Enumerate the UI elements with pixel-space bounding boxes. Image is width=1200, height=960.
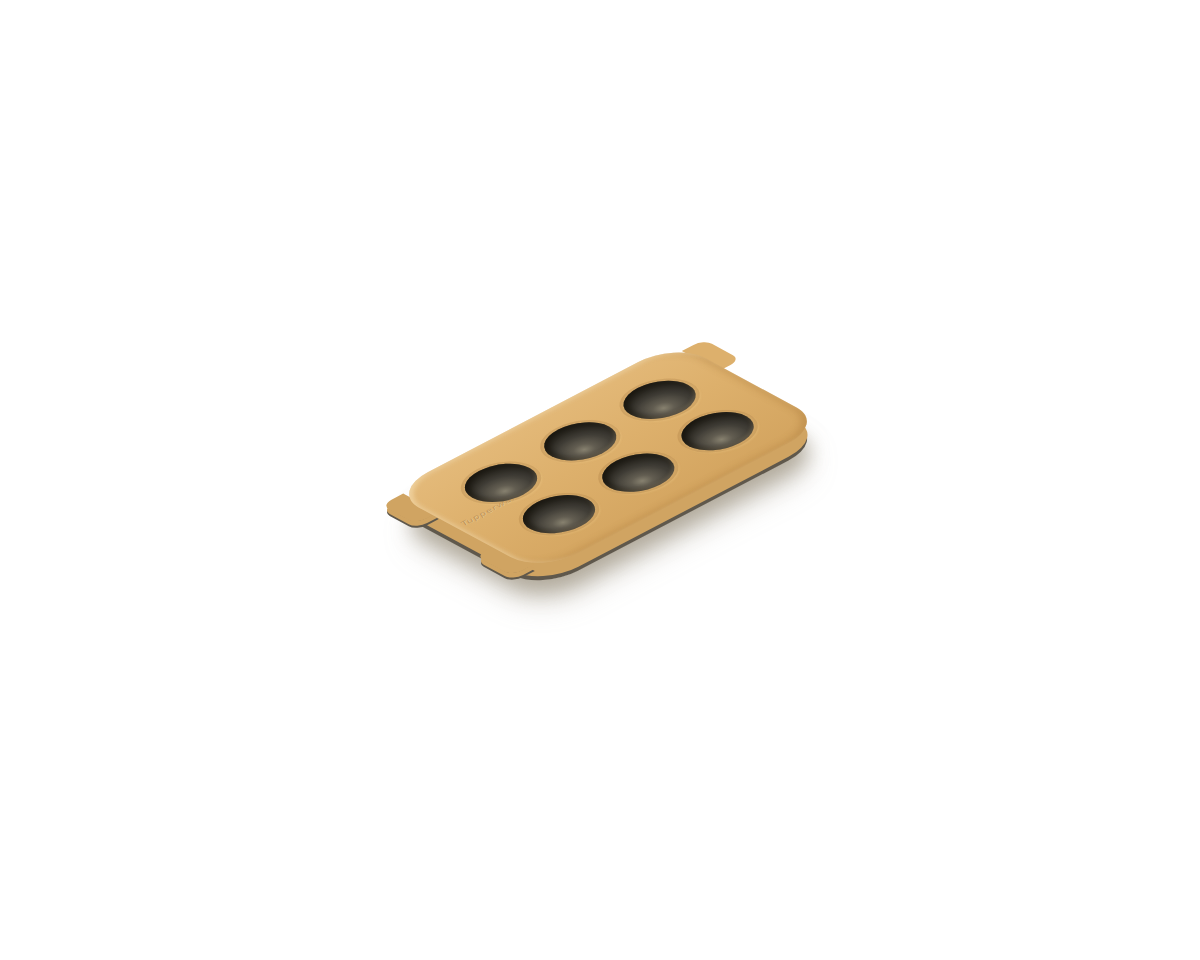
cup-grid	[390, 342, 676, 492]
product-photo-canvas: Tupperware	[0, 0, 1200, 960]
